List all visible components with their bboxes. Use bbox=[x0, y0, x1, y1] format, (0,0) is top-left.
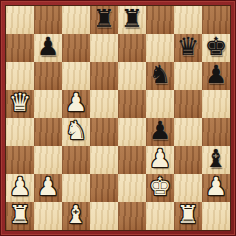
square-a3[interactable] bbox=[6, 146, 34, 174]
square-b7[interactable]: ♟ bbox=[34, 34, 62, 62]
square-e5[interactable] bbox=[118, 90, 146, 118]
square-d7[interactable] bbox=[90, 34, 118, 62]
square-b2[interactable]: ♟ bbox=[34, 174, 62, 202]
square-g6[interactable] bbox=[174, 62, 202, 90]
square-b3[interactable] bbox=[34, 146, 62, 174]
square-b5[interactable] bbox=[34, 90, 62, 118]
square-a7[interactable] bbox=[6, 34, 34, 62]
square-e3[interactable] bbox=[118, 146, 146, 174]
square-d5[interactable] bbox=[90, 90, 118, 118]
piece-white-king[interactable]: ♚ bbox=[149, 174, 171, 201]
piece-white-queen[interactable]: ♛ bbox=[9, 90, 31, 117]
square-d6[interactable] bbox=[90, 62, 118, 90]
square-a5[interactable]: ♛ bbox=[6, 90, 34, 118]
square-f3[interactable]: ♟ bbox=[146, 146, 174, 174]
piece-white-pawn[interactable]: ♟ bbox=[9, 174, 31, 201]
square-f6[interactable]: ♞ bbox=[146, 62, 174, 90]
piece-black-bishop[interactable]: ♝ bbox=[205, 146, 227, 173]
square-a1[interactable]: ♜ bbox=[6, 202, 34, 230]
square-d2[interactable] bbox=[90, 174, 118, 202]
piece-white-rook[interactable]: ♜ bbox=[9, 202, 31, 229]
piece-white-knight[interactable]: ♞ bbox=[65, 118, 87, 145]
square-h8[interactable] bbox=[202, 6, 230, 34]
square-g8[interactable] bbox=[174, 6, 202, 34]
piece-white-pawn[interactable]: ♟ bbox=[65, 90, 87, 117]
square-e8[interactable]: ♜ bbox=[118, 6, 146, 34]
square-e7[interactable] bbox=[118, 34, 146, 62]
square-b8[interactable] bbox=[34, 6, 62, 34]
piece-black-pawn[interactable]: ♟ bbox=[37, 34, 59, 61]
square-h1[interactable] bbox=[202, 202, 230, 230]
square-g5[interactable] bbox=[174, 90, 202, 118]
square-h6[interactable]: ♟ bbox=[202, 62, 230, 90]
square-h4[interactable] bbox=[202, 118, 230, 146]
piece-black-king[interactable]: ♚ bbox=[205, 34, 227, 61]
piece-black-rook[interactable]: ♜ bbox=[121, 6, 143, 33]
piece-black-pawn[interactable]: ♟ bbox=[149, 118, 171, 145]
piece-white-bishop[interactable]: ♝ bbox=[65, 202, 87, 229]
square-f4[interactable]: ♟ bbox=[146, 118, 174, 146]
piece-white-pawn[interactable]: ♟ bbox=[149, 146, 171, 173]
square-d3[interactable] bbox=[90, 146, 118, 174]
square-f5[interactable] bbox=[146, 90, 174, 118]
square-g1[interactable]: ♜ bbox=[174, 202, 202, 230]
square-f1[interactable] bbox=[146, 202, 174, 230]
square-h3[interactable]: ♝ bbox=[202, 146, 230, 174]
square-e6[interactable] bbox=[118, 62, 146, 90]
square-c4[interactable]: ♞ bbox=[62, 118, 90, 146]
square-b1[interactable] bbox=[34, 202, 62, 230]
square-g7[interactable]: ♛ bbox=[174, 34, 202, 62]
square-d8[interactable]: ♜ bbox=[90, 6, 118, 34]
square-d1[interactable] bbox=[90, 202, 118, 230]
square-h2[interactable]: ♟ bbox=[202, 174, 230, 202]
piece-black-queen[interactable]: ♛ bbox=[177, 34, 199, 61]
piece-black-rook[interactable]: ♜ bbox=[93, 6, 115, 33]
square-a6[interactable] bbox=[6, 62, 34, 90]
square-g4[interactable] bbox=[174, 118, 202, 146]
square-f2[interactable]: ♚ bbox=[146, 174, 174, 202]
square-b6[interactable] bbox=[34, 62, 62, 90]
board-frame: ♜♜♟♛♚♞♟♛♟♞♟♟♝♟♟♚♟♜♝♜ bbox=[0, 0, 236, 236]
piece-white-rook[interactable]: ♜ bbox=[177, 202, 199, 229]
piece-black-pawn[interactable]: ♟ bbox=[205, 62, 227, 89]
square-c1[interactable]: ♝ bbox=[62, 202, 90, 230]
piece-white-pawn[interactable]: ♟ bbox=[205, 174, 227, 201]
square-c6[interactable] bbox=[62, 62, 90, 90]
square-b4[interactable] bbox=[34, 118, 62, 146]
square-e2[interactable] bbox=[118, 174, 146, 202]
piece-white-pawn[interactable]: ♟ bbox=[37, 174, 59, 201]
square-g2[interactable] bbox=[174, 174, 202, 202]
square-a4[interactable] bbox=[6, 118, 34, 146]
square-c8[interactable] bbox=[62, 6, 90, 34]
square-e1[interactable] bbox=[118, 202, 146, 230]
square-f8[interactable] bbox=[146, 6, 174, 34]
square-e4[interactable] bbox=[118, 118, 146, 146]
square-h5[interactable] bbox=[202, 90, 230, 118]
square-d4[interactable] bbox=[90, 118, 118, 146]
square-a2[interactable]: ♟ bbox=[6, 174, 34, 202]
square-a8[interactable] bbox=[6, 6, 34, 34]
square-c7[interactable] bbox=[62, 34, 90, 62]
piece-black-knight[interactable]: ♞ bbox=[149, 62, 171, 89]
square-c2[interactable] bbox=[62, 174, 90, 202]
square-c5[interactable]: ♟ bbox=[62, 90, 90, 118]
square-f7[interactable] bbox=[146, 34, 174, 62]
square-c3[interactable] bbox=[62, 146, 90, 174]
chess-board: ♜♜♟♛♚♞♟♛♟♞♟♟♝♟♟♚♟♜♝♜ bbox=[6, 6, 230, 230]
square-g3[interactable] bbox=[174, 146, 202, 174]
square-h7[interactable]: ♚ bbox=[202, 34, 230, 62]
